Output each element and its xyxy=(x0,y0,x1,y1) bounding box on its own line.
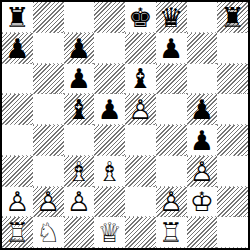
square-f7[interactable]: ♟ xyxy=(156,33,187,64)
piece-solid: ♟ xyxy=(187,94,218,125)
square-e1[interactable] xyxy=(125,217,156,248)
square-d8[interactable] xyxy=(94,2,125,33)
piece-solid: ♚ xyxy=(125,2,156,33)
piece-outline: ♘ xyxy=(33,217,64,248)
square-a4[interactable] xyxy=(2,125,33,156)
square-b5[interactable] xyxy=(33,94,64,125)
square-c1[interactable] xyxy=(64,217,95,248)
square-g5[interactable]: ♟ xyxy=(187,94,218,125)
piece-outline: ♕ xyxy=(94,217,125,248)
square-c3[interactable]: ♝♗ xyxy=(64,156,95,187)
piece-outline: ♖ xyxy=(2,217,33,248)
piece-solid: ♟ xyxy=(94,94,125,125)
square-f3[interactable] xyxy=(156,156,187,187)
piece-outline: ♙ xyxy=(64,187,95,218)
white-knight-icon: ♞♘ xyxy=(33,217,64,248)
white-bishop-icon: ♝♗ xyxy=(64,156,95,187)
black-pawn-icon: ♟ xyxy=(64,33,95,64)
square-h6[interactable] xyxy=(217,64,248,95)
square-e7[interactable] xyxy=(125,33,156,64)
white-queen-icon: ♛♕ xyxy=(94,217,125,248)
piece-outline: ♔ xyxy=(187,187,218,218)
square-a6[interactable] xyxy=(2,64,33,95)
black-pawn-icon: ♟ xyxy=(187,94,218,125)
black-pawn-icon: ♟ xyxy=(156,33,187,64)
piece-outline: ♙ xyxy=(33,187,64,218)
square-h7[interactable] xyxy=(217,33,248,64)
black-king-icon: ♚ xyxy=(125,2,156,33)
square-c5[interactable]: ♝ xyxy=(64,94,95,125)
square-e2[interactable] xyxy=(125,187,156,218)
black-pawn-icon: ♟ xyxy=(2,33,33,64)
square-h4[interactable] xyxy=(217,125,248,156)
square-h1[interactable] xyxy=(217,217,248,248)
piece-solid: ♟ xyxy=(2,33,33,64)
square-a7[interactable]: ♟ xyxy=(2,33,33,64)
square-g6[interactable] xyxy=(187,64,218,95)
square-c2[interactable]: ♟♙ xyxy=(64,187,95,218)
square-b6[interactable] xyxy=(33,64,64,95)
black-bishop-icon: ♝ xyxy=(125,64,156,95)
square-b1[interactable]: ♞♘ xyxy=(33,217,64,248)
square-f6[interactable] xyxy=(156,64,187,95)
black-pawn-icon: ♟ xyxy=(64,64,95,95)
piece-solid: ♝ xyxy=(125,64,156,95)
square-c6[interactable]: ♟ xyxy=(64,64,95,95)
square-f1[interactable]: ♜♖ xyxy=(156,217,187,248)
white-rook-icon: ♜♖ xyxy=(156,217,187,248)
square-a5[interactable] xyxy=(2,94,33,125)
square-f5[interactable] xyxy=(156,94,187,125)
piece-outline: ♙ xyxy=(2,187,33,218)
square-h3[interactable] xyxy=(217,156,248,187)
square-c7[interactable]: ♟ xyxy=(64,33,95,64)
square-b2[interactable]: ♟♙ xyxy=(33,187,64,218)
piece-outline: ♗ xyxy=(94,156,125,187)
square-f8[interactable]: ♛ xyxy=(156,2,187,33)
black-queen-icon: ♛ xyxy=(156,2,187,33)
square-e5[interactable]: ♟♙ xyxy=(125,94,156,125)
square-a3[interactable] xyxy=(2,156,33,187)
piece-solid: ♝ xyxy=(64,94,95,125)
square-g8[interactable] xyxy=(187,2,218,33)
piece-outline: ♙ xyxy=(187,156,218,187)
square-d3[interactable]: ♝♗ xyxy=(94,156,125,187)
white-rook-icon: ♜♖ xyxy=(2,217,33,248)
piece-solid: ♟ xyxy=(156,33,187,64)
square-a8[interactable]: ♜ xyxy=(2,2,33,33)
white-bishop-icon: ♝♗ xyxy=(94,156,125,187)
square-g1[interactable] xyxy=(187,217,218,248)
white-pawn-icon: ♟♙ xyxy=(156,187,187,218)
piece-solid: ♜ xyxy=(217,2,248,33)
square-e3[interactable] xyxy=(125,156,156,187)
piece-solid: ♛ xyxy=(156,2,187,33)
piece-solid: ♟ xyxy=(64,64,95,95)
black-rook-icon: ♜ xyxy=(2,2,33,33)
chess-board: ♜♚♛♜♟♟♟♟♝♝♟♟♙♟♟♝♗♝♗♟♙♟♙♟♙♟♙♟♙♚♔♜♖♞♘♛♕♜♖ xyxy=(2,2,248,248)
square-b7[interactable] xyxy=(33,33,64,64)
piece-outline: ♖ xyxy=(156,217,187,248)
piece-solid: ♜ xyxy=(2,2,33,33)
square-c4[interactable] xyxy=(64,125,95,156)
square-a2[interactable]: ♟♙ xyxy=(2,187,33,218)
square-g3[interactable]: ♟♙ xyxy=(187,156,218,187)
white-king-icon: ♚♔ xyxy=(187,187,218,218)
square-h5[interactable] xyxy=(217,94,248,125)
square-d6[interactable] xyxy=(94,64,125,95)
square-b3[interactable] xyxy=(33,156,64,187)
square-d5[interactable]: ♟ xyxy=(94,94,125,125)
square-b4[interactable] xyxy=(33,125,64,156)
square-e8[interactable]: ♚ xyxy=(125,2,156,33)
white-pawn-icon: ♟♙ xyxy=(64,187,95,218)
square-e6[interactable]: ♝ xyxy=(125,64,156,95)
square-g2[interactable]: ♚♔ xyxy=(187,187,218,218)
square-c8[interactable] xyxy=(64,2,95,33)
piece-solid: ♟ xyxy=(187,125,218,156)
square-g4[interactable]: ♟ xyxy=(187,125,218,156)
square-h2[interactable] xyxy=(217,187,248,218)
square-d1[interactable]: ♛♕ xyxy=(94,217,125,248)
square-f2[interactable]: ♟♙ xyxy=(156,187,187,218)
piece-outline: ♙ xyxy=(156,187,187,218)
piece-outline: ♙ xyxy=(125,94,156,125)
white-pawn-icon: ♟♙ xyxy=(125,94,156,125)
square-g7[interactable] xyxy=(187,33,218,64)
square-f4[interactable] xyxy=(156,125,187,156)
white-pawn-icon: ♟♙ xyxy=(187,156,218,187)
white-pawn-icon: ♟♙ xyxy=(2,187,33,218)
white-pawn-icon: ♟♙ xyxy=(33,187,64,218)
square-e4[interactable] xyxy=(125,125,156,156)
square-h8[interactable]: ♜ xyxy=(217,2,248,33)
square-d4[interactable] xyxy=(94,125,125,156)
black-pawn-icon: ♟ xyxy=(187,125,218,156)
chess-board-frame: ♜♚♛♜♟♟♟♟♝♝♟♟♙♟♟♝♗♝♗♟♙♟♙♟♙♟♙♟♙♚♔♜♖♞♘♛♕♜♖ xyxy=(0,0,250,250)
square-d2[interactable] xyxy=(94,187,125,218)
square-a1[interactable]: ♜♖ xyxy=(2,217,33,248)
black-pawn-icon: ♟ xyxy=(94,94,125,125)
black-bishop-icon: ♝ xyxy=(64,94,95,125)
black-rook-icon: ♜ xyxy=(217,2,248,33)
piece-solid: ♟ xyxy=(64,33,95,64)
piece-outline: ♗ xyxy=(64,156,95,187)
square-d7[interactable] xyxy=(94,33,125,64)
square-b8[interactable] xyxy=(33,2,64,33)
